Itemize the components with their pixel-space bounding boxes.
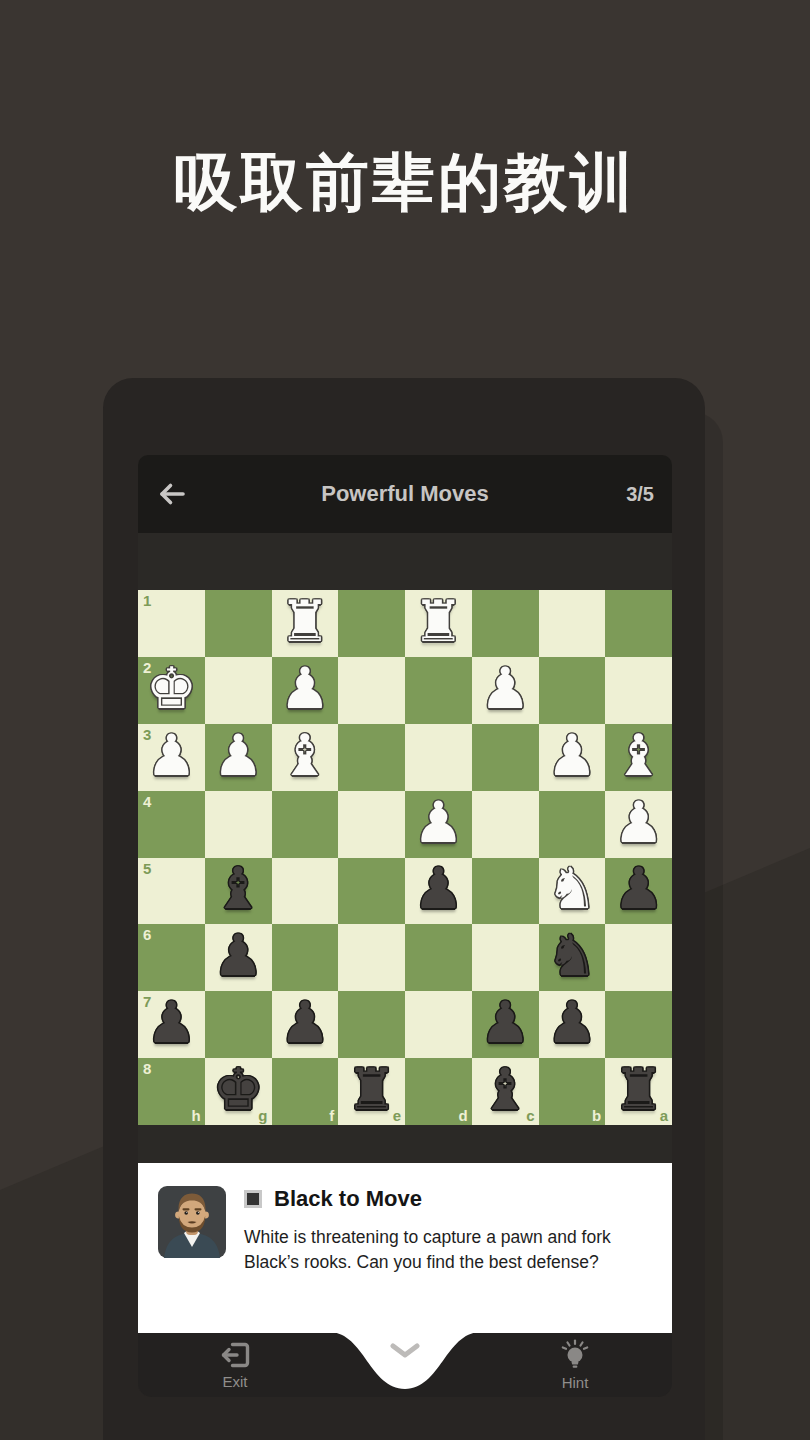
lesson-progress: 3/5 — [626, 483, 654, 506]
square-c6[interactable] — [472, 924, 539, 991]
square-a2[interactable] — [605, 657, 672, 724]
square-e5[interactable] — [338, 858, 405, 925]
square-d1[interactable]: ♜ — [405, 590, 472, 657]
rank-label-6: 6 — [143, 926, 151, 943]
coach-panel-content: Black to Move White is threatening to ca… — [244, 1186, 652, 1333]
square-f7[interactable]: ♟ — [272, 991, 339, 1058]
exit-label: Exit — [222, 1373, 247, 1390]
board-bottom-spacer — [138, 1125, 672, 1163]
square-f5[interactable] — [272, 858, 339, 925]
file-label-f: f — [329, 1107, 334, 1124]
square-c3[interactable] — [472, 724, 539, 791]
back-arrow-icon — [156, 481, 186, 507]
square-h2[interactable]: ♚2 — [138, 657, 205, 724]
file-label-c: c — [526, 1107, 534, 1124]
rank-label-4: 4 — [143, 793, 151, 810]
square-b4[interactable] — [539, 791, 606, 858]
coach-panel: Black to Move White is threatening to ca… — [138, 1163, 672, 1333]
hint-button[interactable]: Hint — [540, 1333, 610, 1397]
file-label-h: h — [192, 1107, 201, 1124]
square-h1[interactable]: 1 — [138, 590, 205, 657]
square-e1[interactable] — [338, 590, 405, 657]
square-c4[interactable] — [472, 791, 539, 858]
square-b7[interactable]: ♟ — [539, 991, 606, 1058]
black-king: ♚ — [213, 1061, 264, 1118]
page-title: 吸取前辈的教训 — [0, 140, 810, 226]
rank-label-1: 1 — [143, 592, 151, 609]
white-bishop: ♝ — [279, 727, 330, 784]
square-b1[interactable] — [539, 590, 606, 657]
square-d7[interactable] — [405, 991, 472, 1058]
black-pawn: ♟ — [480, 994, 531, 1051]
square-e8[interactable]: ♜e — [338, 1058, 405, 1125]
square-d5[interactable]: ♟ — [405, 858, 472, 925]
square-g4[interactable] — [205, 791, 272, 858]
white-knight: ♞ — [546, 860, 597, 917]
square-e2[interactable] — [338, 657, 405, 724]
black-bishop: ♝ — [480, 1061, 531, 1118]
lesson-title: Powerful Moves — [138, 481, 672, 507]
rank-label-7: 7 — [143, 993, 151, 1010]
square-c5[interactable] — [472, 858, 539, 925]
square-c1[interactable] — [472, 590, 539, 657]
square-b6[interactable]: ♞ — [539, 924, 606, 991]
square-d2[interactable] — [405, 657, 472, 724]
square-g7[interactable] — [205, 991, 272, 1058]
black-pawn: ♟ — [213, 927, 264, 984]
white-pawn: ♟ — [613, 794, 664, 851]
square-f6[interactable] — [272, 924, 339, 991]
file-label-a: a — [660, 1107, 668, 1124]
white-bishop: ♝ — [613, 727, 664, 784]
black-rook: ♜ — [613, 1061, 664, 1118]
turn-indicator: Black to Move — [244, 1186, 652, 1212]
exit-icon — [219, 1340, 251, 1370]
black-bishop: ♝ — [213, 860, 264, 917]
white-pawn: ♟ — [413, 794, 464, 851]
square-d6[interactable] — [405, 924, 472, 991]
app-screen: Powerful Moves 3/5 1♜♜♚2♟♟♟3♟♝♟♝4♟♟5♝♟♞♟… — [138, 455, 672, 1397]
chess-board: 1♜♜♚2♟♟♟3♟♝♟♝4♟♟5♝♟♞♟6♟♞♟7♟♟♟8h♚gf♜ed♝cb… — [138, 590, 672, 1125]
file-label-d: d — [459, 1107, 468, 1124]
white-rook: ♜ — [413, 593, 464, 650]
square-f1[interactable]: ♜ — [272, 590, 339, 657]
black-pawn: ♟ — [146, 994, 197, 1051]
square-h8[interactable]: 8h — [138, 1058, 205, 1125]
file-label-e: e — [393, 1107, 401, 1124]
bottom-toolbar: Exit Hint — [138, 1333, 672, 1397]
rank-label-5: 5 — [143, 860, 151, 877]
square-e3[interactable] — [338, 724, 405, 791]
square-d3[interactable] — [405, 724, 472, 791]
black-pawn: ♟ — [546, 994, 597, 1051]
square-a3[interactable]: ♝ — [605, 724, 672, 791]
square-a5[interactable]: ♟ — [605, 858, 672, 925]
app-header: Powerful Moves 3/5 — [138, 455, 672, 533]
square-c8[interactable]: ♝c — [472, 1058, 539, 1125]
square-g6[interactable]: ♟ — [205, 924, 272, 991]
rank-label-2: 2 — [143, 659, 151, 676]
black-pawn: ♟ — [613, 860, 664, 917]
square-b3[interactable]: ♟ — [539, 724, 606, 791]
square-d4[interactable]: ♟ — [405, 791, 472, 858]
square-g1[interactable] — [205, 590, 272, 657]
square-h6[interactable]: 6 — [138, 924, 205, 991]
square-a1[interactable] — [605, 590, 672, 657]
black-pawn: ♟ — [413, 860, 464, 917]
square-e7[interactable] — [338, 991, 405, 1058]
rank-label-8: 8 — [143, 1060, 151, 1077]
black-pawn: ♟ — [279, 994, 330, 1051]
back-button[interactable] — [156, 479, 190, 509]
square-c2[interactable]: ♟ — [472, 657, 539, 724]
board-top-spacer — [138, 533, 672, 590]
black-knight: ♞ — [546, 927, 597, 984]
square-a6[interactable] — [605, 924, 672, 991]
white-king: ♚ — [146, 660, 197, 717]
square-g3[interactable]: ♟ — [205, 724, 272, 791]
square-a4[interactable]: ♟ — [605, 791, 672, 858]
square-f8[interactable]: f — [272, 1058, 339, 1125]
square-a7[interactable] — [605, 991, 672, 1058]
square-e6[interactable] — [338, 924, 405, 991]
white-pawn: ♟ — [480, 660, 531, 717]
white-rook: ♜ — [279, 593, 330, 650]
square-c7[interactable]: ♟ — [472, 991, 539, 1058]
white-pawn: ♟ — [213, 727, 264, 784]
square-h7[interactable]: ♟7 — [138, 991, 205, 1058]
exit-button[interactable]: Exit — [200, 1333, 270, 1397]
file-label-b: b — [592, 1107, 601, 1124]
square-h5[interactable]: 5 — [138, 858, 205, 925]
square-a8[interactable]: ♜a — [605, 1058, 672, 1125]
square-b5[interactable]: ♞ — [539, 858, 606, 925]
white-pawn: ♟ — [279, 660, 330, 717]
square-b2[interactable] — [539, 657, 606, 724]
chevron-down-icon — [390, 1343, 420, 1358]
square-b8[interactable]: b — [539, 1058, 606, 1125]
square-h4[interactable]: 4 — [138, 791, 205, 858]
black-turn-square-icon — [244, 1190, 262, 1208]
square-g8[interactable]: ♚g — [205, 1058, 272, 1125]
rank-label-3: 3 — [143, 726, 151, 743]
white-pawn: ♟ — [546, 727, 597, 784]
square-f4[interactable] — [272, 791, 339, 858]
black-rook: ♜ — [346, 1061, 397, 1118]
hint-lightbulb-icon — [558, 1339, 592, 1371]
square-f2[interactable]: ♟ — [272, 657, 339, 724]
square-g2[interactable] — [205, 657, 272, 724]
file-label-g: g — [258, 1107, 267, 1124]
square-h3[interactable]: ♟3 — [138, 724, 205, 791]
coach-avatar — [158, 1186, 226, 1258]
square-g5[interactable]: ♝ — [205, 858, 272, 925]
collapse-panel-notch[interactable] — [330, 1332, 480, 1390]
phone-mockup: Powerful Moves 3/5 1♜♜♚2♟♟♟3♟♝♟♝4♟♟5♝♟♞♟… — [103, 378, 705, 1440]
square-d8[interactable]: d — [405, 1058, 472, 1125]
hint-label: Hint — [562, 1374, 589, 1391]
square-e4[interactable] — [338, 791, 405, 858]
white-pawn: ♟ — [146, 727, 197, 784]
puzzle-description: White is threatening to capture a pawn a… — [244, 1225, 648, 1275]
square-f3[interactable]: ♝ — [272, 724, 339, 791]
turn-label: Black to Move — [274, 1186, 422, 1212]
